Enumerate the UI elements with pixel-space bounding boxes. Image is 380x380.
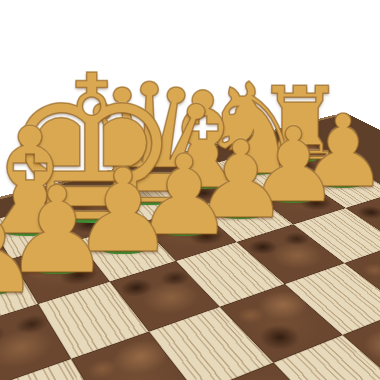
piece-white-pawn-g2[interactable]: ♟ [0,187,48,312]
pieces-layer: ♜♞♝♛♚♝♟♟♟♟♟♟♟ [0,0,380,380]
chess-set-photo: ♜♞♝♛♚♝♟♟♟♟♟♟♟ [0,0,380,380]
